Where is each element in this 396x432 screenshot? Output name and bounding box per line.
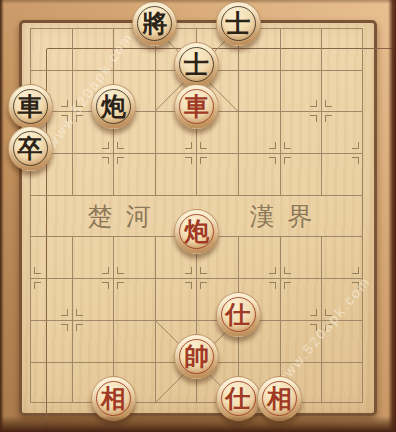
piece-glyph: 仕	[226, 302, 251, 327]
piece-red-advisor[interactable]: 仕	[216, 292, 261, 337]
piece-glyph: 士	[226, 11, 251, 36]
piece-glyph: 炮	[101, 94, 126, 119]
piece-black-advisor[interactable]: 士	[174, 42, 219, 87]
piece-glyph: 將	[142, 11, 167, 36]
piece-black-chariot[interactable]: 車	[8, 84, 53, 129]
piece-glyph: 相	[101, 386, 126, 411]
piece-red-advisor[interactable]: 仕	[216, 376, 261, 421]
xiangqi-game-screen: 楚河 漢界 www.520apk.com www.520apk.com 將士士車…	[0, 0, 396, 432]
piece-red-elephant[interactable]: 相	[257, 376, 302, 421]
frame-edge-right	[388, 0, 396, 432]
piece-red-general[interactable]: 帥	[174, 334, 219, 379]
piece-glyph: 帥	[184, 344, 209, 369]
frame-edge-left	[0, 0, 4, 432]
frame-edge-top	[0, 0, 396, 4]
piece-glyph: 車	[184, 94, 209, 119]
piece-glyph: 仕	[226, 386, 251, 411]
piece-red-cannon[interactable]: 炮	[174, 209, 219, 254]
piece-glyph: 卒	[18, 136, 43, 161]
piece-black-general[interactable]: 將	[132, 1, 177, 46]
piece-red-elephant[interactable]: 相	[91, 376, 136, 421]
frame-edge-bottom	[0, 416, 396, 432]
piece-glyph: 士	[184, 52, 209, 77]
piece-glyph: 炮	[184, 219, 209, 244]
pieces-layer: 將士士車炮車卒炮仕帥相仕相	[0, 0, 396, 432]
piece-glyph: 相	[267, 386, 292, 411]
piece-red-chariot[interactable]: 車	[174, 84, 219, 129]
piece-black-cannon[interactable]: 炮	[91, 84, 136, 129]
piece-black-advisor[interactable]: 士	[216, 1, 261, 46]
piece-glyph: 車	[18, 94, 43, 119]
piece-black-soldier[interactable]: 卒	[8, 126, 53, 171]
